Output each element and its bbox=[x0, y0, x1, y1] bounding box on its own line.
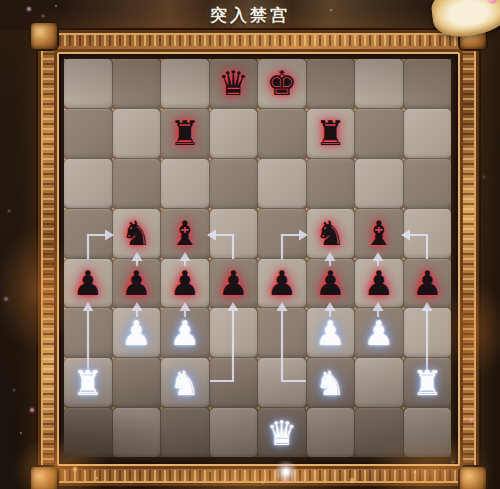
square-g6[interactable] bbox=[355, 159, 403, 208]
piece-white-rook[interactable]: ♜ bbox=[412, 366, 442, 400]
game-screen: 突入禁宫 ♛♚♜♜♞♝♞♝♟♟♟♟♟♟♟♟♟♟♟♟♜♞♞♜♛ bbox=[0, 0, 500, 489]
piece-black-bishop[interactable]: ♝ bbox=[170, 216, 200, 250]
square-a4[interactable]: ♟ bbox=[64, 259, 112, 308]
square-g4[interactable]: ♟ bbox=[355, 259, 403, 308]
square-d1[interactable] bbox=[210, 408, 258, 457]
square-g5[interactable]: ♝ bbox=[355, 209, 403, 258]
square-a6[interactable] bbox=[64, 159, 112, 208]
square-g7[interactable] bbox=[355, 109, 403, 158]
level-title: 突入禁宫 bbox=[0, 4, 500, 27]
piece-black-pawn[interactable]: ♟ bbox=[267, 266, 297, 300]
frame-carving-bottom bbox=[44, 470, 473, 481]
square-e5[interactable] bbox=[258, 209, 306, 258]
square-a2[interactable]: ♜ bbox=[64, 358, 112, 407]
square-a5[interactable] bbox=[64, 209, 112, 258]
square-c2[interactable]: ♞ bbox=[161, 358, 209, 407]
square-b5[interactable]: ♞ bbox=[113, 209, 161, 258]
frame-carving-right bbox=[463, 46, 474, 470]
square-e1[interactable]: ♛ bbox=[258, 408, 306, 457]
square-g1[interactable] bbox=[355, 408, 403, 457]
piece-black-pawn[interactable]: ♟ bbox=[218, 266, 248, 300]
square-c8[interactable] bbox=[161, 59, 209, 108]
frame-carving-left bbox=[43, 46, 54, 470]
board-frame: ♛♚♜♜♞♝♞♝♟♟♟♟♟♟♟♟♟♟♟♟♜♞♞♜♛ bbox=[36, 28, 481, 488]
square-d3[interactable] bbox=[210, 308, 258, 357]
square-h1[interactable] bbox=[404, 408, 452, 457]
square-c4[interactable]: ♟ bbox=[161, 259, 209, 308]
piece-white-queen[interactable]: ♛ bbox=[267, 416, 297, 450]
square-e2[interactable] bbox=[258, 358, 306, 407]
square-f2[interactable]: ♞ bbox=[307, 358, 355, 407]
square-e3[interactable] bbox=[258, 308, 306, 357]
square-g3[interactable]: ♟ bbox=[355, 308, 403, 357]
piece-black-pawn[interactable]: ♟ bbox=[170, 266, 200, 300]
square-f4[interactable]: ♟ bbox=[307, 259, 355, 308]
square-a3[interactable] bbox=[64, 308, 112, 357]
square-f3[interactable]: ♟ bbox=[307, 308, 355, 357]
square-b4[interactable]: ♟ bbox=[113, 259, 161, 308]
piece-black-bishop[interactable]: ♝ bbox=[364, 216, 394, 250]
piece-black-king[interactable]: ♚ bbox=[267, 66, 297, 100]
piece-white-pawn[interactable]: ♟ bbox=[170, 316, 200, 350]
frame-carving-top bbox=[44, 35, 473, 46]
square-h8[interactable] bbox=[404, 59, 452, 108]
square-e4[interactable]: ♟ bbox=[258, 259, 306, 308]
piece-white-knight[interactable]: ♞ bbox=[170, 366, 200, 400]
piece-black-queen[interactable]: ♛ bbox=[218, 66, 248, 100]
piece-black-knight[interactable]: ♞ bbox=[315, 216, 345, 250]
square-d8[interactable]: ♛ bbox=[210, 59, 258, 108]
piece-black-pawn[interactable]: ♟ bbox=[364, 266, 394, 300]
chess-board: ♛♚♜♜♞♝♞♝♟♟♟♟♟♟♟♟♟♟♟♟♜♞♞♜♛ bbox=[64, 59, 451, 457]
square-c7[interactable]: ♜ bbox=[161, 109, 209, 158]
frame-corner-ornament bbox=[31, 467, 57, 489]
square-f5[interactable]: ♞ bbox=[307, 209, 355, 258]
frame-corner-ornament bbox=[460, 467, 486, 489]
square-c5[interactable]: ♝ bbox=[161, 209, 209, 258]
square-f8[interactable] bbox=[307, 59, 355, 108]
square-g8[interactable] bbox=[355, 59, 403, 108]
square-d2[interactable] bbox=[210, 358, 258, 407]
square-f7[interactable]: ♜ bbox=[307, 109, 355, 158]
gem-icon bbox=[487, 0, 497, 4]
square-h3[interactable] bbox=[404, 308, 452, 357]
piece-white-rook[interactable]: ♜ bbox=[73, 366, 103, 400]
piece-black-pawn[interactable]: ♟ bbox=[412, 266, 442, 300]
square-e8[interactable]: ♚ bbox=[258, 59, 306, 108]
piece-black-pawn[interactable]: ♟ bbox=[315, 266, 345, 300]
square-d6[interactable] bbox=[210, 159, 258, 208]
square-c1[interactable] bbox=[161, 408, 209, 457]
square-h6[interactable] bbox=[404, 159, 452, 208]
square-b3[interactable]: ♟ bbox=[113, 308, 161, 357]
square-e7[interactable] bbox=[258, 109, 306, 158]
square-h2[interactable]: ♜ bbox=[404, 358, 452, 407]
square-b8[interactable] bbox=[113, 59, 161, 108]
square-a7[interactable] bbox=[64, 109, 112, 158]
square-h4[interactable]: ♟ bbox=[404, 259, 452, 308]
square-b6[interactable] bbox=[113, 159, 161, 208]
square-g2[interactable] bbox=[355, 358, 403, 407]
piece-black-rook[interactable]: ♜ bbox=[315, 116, 345, 150]
square-b1[interactable] bbox=[113, 408, 161, 457]
square-d4[interactable]: ♟ bbox=[210, 259, 258, 308]
square-c3[interactable]: ♟ bbox=[161, 308, 209, 357]
piece-white-pawn[interactable]: ♟ bbox=[315, 316, 345, 350]
square-h7[interactable] bbox=[404, 109, 452, 158]
square-b2[interactable] bbox=[113, 358, 161, 407]
piece-black-pawn[interactable]: ♟ bbox=[73, 266, 103, 300]
square-c6[interactable] bbox=[161, 159, 209, 208]
square-b7[interactable] bbox=[113, 109, 161, 158]
piece-white-pawn[interactable]: ♟ bbox=[364, 316, 394, 350]
square-a8[interactable] bbox=[64, 59, 112, 108]
piece-black-knight[interactable]: ♞ bbox=[121, 216, 151, 250]
square-d7[interactable] bbox=[210, 109, 258, 158]
piece-white-knight[interactable]: ♞ bbox=[315, 366, 345, 400]
piece-black-pawn[interactable]: ♟ bbox=[121, 266, 151, 300]
square-f6[interactable] bbox=[307, 159, 355, 208]
square-f1[interactable] bbox=[307, 408, 355, 457]
piece-white-pawn[interactable]: ♟ bbox=[121, 316, 151, 350]
frame-corner-ornament bbox=[31, 23, 57, 49]
square-d5[interactable] bbox=[210, 209, 258, 258]
piece-black-rook[interactable]: ♜ bbox=[170, 116, 200, 150]
square-h5[interactable] bbox=[404, 209, 452, 258]
square-a1[interactable] bbox=[64, 408, 112, 457]
square-e6[interactable] bbox=[258, 159, 306, 208]
